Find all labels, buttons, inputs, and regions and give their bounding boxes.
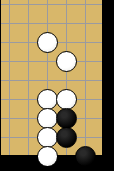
white-stone[interactable] [37,32,58,53]
white-stone[interactable] [56,89,77,110]
white-stone[interactable] [37,89,58,110]
left-crop-line [0,0,1,171]
black-stone[interactable] [56,108,77,129]
white-stone[interactable] [56,51,77,72]
grid-line-horizontal [0,4,114,5]
grid-line-vertical [28,0,29,171]
grid-line-horizontal [0,80,114,81]
white-stone[interactable] [37,127,58,148]
white-stone[interactable] [37,108,58,129]
black-stone[interactable] [75,146,96,167]
black-stone[interactable] [56,127,77,148]
screenshot-canvas [0,0,114,171]
grid-line-vertical [9,0,10,171]
board-right-edge [102,0,114,171]
white-stone[interactable] [37,146,58,167]
go-board[interactable] [0,0,114,171]
grid-line-horizontal [0,23,114,24]
